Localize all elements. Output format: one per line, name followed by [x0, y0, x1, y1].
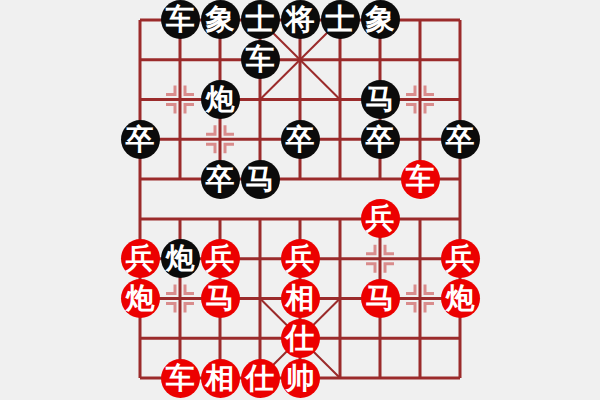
intersection-e0[interactable]: 帅 [280, 358, 320, 398]
piece-black-chariot-left[interactable]: 车 [161, 0, 200, 39]
intersection-a9[interactable] [120, 0, 160, 40]
intersection-d6[interactable] [240, 119, 280, 159]
intersection-c9[interactable]: 象 [200, 0, 240, 40]
intersection-d5[interactable]: 马 [240, 159, 280, 199]
intersection-c6[interactable] [200, 119, 240, 159]
piece-red-elephant-center[interactable]: 相 [281, 279, 320, 318]
piece-red-advisor-center[interactable]: 仕 [281, 319, 320, 358]
intersection-e9[interactable]: 将 [280, 0, 320, 40]
intersection-c8[interactable] [200, 40, 240, 80]
piece-black-soldier-a[interactable]: 卒 [121, 120, 160, 159]
intersection-a7[interactable] [120, 80, 160, 120]
piece-black-horse-left[interactable]: 马 [241, 160, 280, 199]
intersection-b9[interactable]: 车 [160, 0, 200, 40]
intersection-a5[interactable] [120, 159, 160, 199]
intersection-g3[interactable] [360, 239, 400, 279]
intersection-i2[interactable]: 炮 [440, 279, 480, 319]
piece-red-general[interactable]: 帅 [281, 359, 320, 398]
intersection-i4[interactable] [440, 199, 480, 239]
intersection-f2[interactable] [320, 279, 360, 319]
intersection-b2[interactable] [160, 279, 200, 319]
piece-black-chariot-right[interactable]: 车 [241, 40, 280, 79]
piece-black-general[interactable]: 将 [281, 0, 320, 39]
intersection-d0[interactable]: 仕 [240, 358, 280, 398]
xiangqi-diagram: 车象士将士象车炮马卒卒卒卒卒马车兵兵炮兵兵兵炮马相马炮仕车相仕帅 [0, 0, 600, 400]
piece-black-horse-right[interactable]: 马 [361, 80, 400, 119]
intersection-g9[interactable]: 象 [360, 0, 400, 40]
intersection-a3[interactable]: 兵 [120, 239, 160, 279]
intersection-i6[interactable]: 卒 [440, 119, 480, 159]
piece-black-soldier-g[interactable]: 卒 [361, 120, 400, 159]
piece-red-soldier-e[interactable]: 兵 [281, 239, 320, 278]
intersection-b3[interactable]: 炮 [160, 239, 200, 279]
intersection-f5[interactable] [320, 159, 360, 199]
intersection-f1[interactable] [320, 318, 360, 358]
intersection-b8[interactable] [160, 40, 200, 80]
intersection-f8[interactable] [320, 40, 360, 80]
piece-red-advisor-left[interactable]: 仕 [241, 359, 280, 398]
intersection-d9[interactable]: 士 [240, 0, 280, 40]
intersection-h8[interactable] [400, 40, 440, 80]
intersection-b6[interactable] [160, 119, 200, 159]
intersection-h4[interactable] [400, 199, 440, 239]
intersection-c0[interactable]: 相 [200, 358, 240, 398]
intersection-b5[interactable] [160, 159, 200, 199]
piece-black-advisor-left[interactable]: 士 [241, 0, 280, 39]
intersection-h6[interactable] [400, 119, 440, 159]
piece-black-soldier-i[interactable]: 卒 [441, 120, 480, 159]
intersection-c1[interactable] [200, 318, 240, 358]
intersection-f6[interactable] [320, 119, 360, 159]
intersection-g1[interactable] [360, 318, 400, 358]
intersection-i5[interactable] [440, 159, 480, 199]
intersection-h1[interactable] [400, 318, 440, 358]
intersection-i3[interactable]: 兵 [440, 239, 480, 279]
intersection-f7[interactable] [320, 80, 360, 120]
intersection-a0[interactable] [120, 358, 160, 398]
intersection-b7[interactable] [160, 80, 200, 120]
intersection-b0[interactable]: 车 [160, 358, 200, 398]
intersection-d1[interactable] [240, 318, 280, 358]
intersection-d2[interactable] [240, 279, 280, 319]
piece-black-soldier-c[interactable]: 卒 [201, 160, 240, 199]
intersection-i1[interactable] [440, 318, 480, 358]
intersection-f0[interactable] [320, 358, 360, 398]
intersection-e2[interactable]: 相 [280, 279, 320, 319]
intersection-a4[interactable] [120, 199, 160, 239]
piece-red-soldier-a[interactable]: 兵 [121, 239, 160, 278]
piece-red-cannon-right[interactable]: 炮 [441, 279, 480, 318]
intersection-e7[interactable] [280, 80, 320, 120]
intersection-d8[interactable]: 车 [240, 40, 280, 80]
xiangqi-board: 车象士将士象车炮马卒卒卒卒卒马车兵兵炮兵兵兵炮马相马炮仕车相仕帅 [120, 0, 480, 398]
intersection-b4[interactable] [160, 199, 200, 239]
piece-red-chariot-left[interactable]: 车 [161, 359, 200, 398]
piece-red-elephant-left[interactable]: 相 [201, 359, 240, 398]
intersection-c5[interactable]: 卒 [200, 159, 240, 199]
piece-black-elephant-left[interactable]: 象 [201, 0, 240, 39]
intersection-h2[interactable] [400, 279, 440, 319]
intersection-a8[interactable] [120, 40, 160, 80]
piece-red-cannon-left[interactable]: 炮 [121, 279, 160, 318]
intersection-f3[interactable] [320, 239, 360, 279]
intersection-d4[interactable] [240, 199, 280, 239]
intersection-b1[interactable] [160, 318, 200, 358]
piece-black-cannon-right[interactable]: 炮 [161, 239, 200, 278]
intersection-c3[interactable]: 兵 [200, 239, 240, 279]
intersection-h3[interactable] [400, 239, 440, 279]
piece-red-soldier-c[interactable]: 兵 [201, 239, 240, 278]
piece-red-soldier-g[interactable]: 兵 [361, 199, 400, 238]
intersection-e1[interactable]: 仕 [280, 318, 320, 358]
intersection-h7[interactable] [400, 80, 440, 120]
intersection-i7[interactable] [440, 80, 480, 120]
intersection-d7[interactable] [240, 80, 280, 120]
intersection-a6[interactable]: 卒 [120, 119, 160, 159]
piece-red-soldier-i[interactable]: 兵 [441, 239, 480, 278]
piece-black-elephant-right[interactable]: 象 [361, 0, 400, 39]
intersection-g8[interactable] [360, 40, 400, 80]
intersection-d3[interactable] [240, 239, 280, 279]
intersection-c7[interactable]: 炮 [200, 80, 240, 120]
intersection-f9[interactable]: 士 [320, 0, 360, 40]
piece-red-horse-right[interactable]: 马 [361, 279, 400, 318]
intersection-h9[interactable] [400, 0, 440, 40]
intersection-g6[interactable]: 卒 [360, 119, 400, 159]
intersection-g4[interactable]: 兵 [360, 199, 400, 239]
piece-black-cannon-left[interactable]: 炮 [201, 80, 240, 119]
intersection-g5[interactable] [360, 159, 400, 199]
piece-black-soldier-e[interactable]: 卒 [281, 120, 320, 159]
intersection-e4[interactable] [280, 199, 320, 239]
intersection-h5[interactable]: 车 [400, 159, 440, 199]
piece-black-advisor-right[interactable]: 士 [321, 0, 360, 39]
intersection-c4[interactable] [200, 199, 240, 239]
intersection-f4[interactable] [320, 199, 360, 239]
intersection-i9[interactable] [440, 0, 480, 40]
intersection-a2[interactable]: 炮 [120, 279, 160, 319]
intersection-a1[interactable] [120, 318, 160, 358]
intersection-e8[interactable] [280, 40, 320, 80]
intersection-g7[interactable]: 马 [360, 80, 400, 120]
piece-red-horse-left[interactable]: 马 [201, 279, 240, 318]
intersection-i8[interactable] [440, 40, 480, 80]
intersection-e3[interactable]: 兵 [280, 239, 320, 279]
intersection-c2[interactable]: 马 [200, 279, 240, 319]
intersection-e6[interactable]: 卒 [280, 119, 320, 159]
intersection-i0[interactable] [440, 358, 480, 398]
intersection-g0[interactable] [360, 358, 400, 398]
intersection-e5[interactable] [280, 159, 320, 199]
piece-red-chariot-right[interactable]: 车 [401, 160, 440, 199]
intersection-g2[interactable]: 马 [360, 279, 400, 319]
intersection-h0[interactable] [400, 358, 440, 398]
